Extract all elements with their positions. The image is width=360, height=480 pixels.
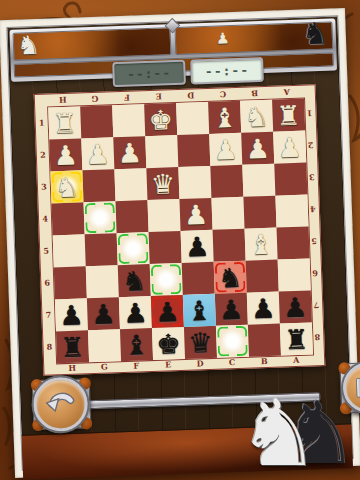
coord-label: 4 — [40, 203, 51, 235]
square-b2[interactable]: ♟ — [241, 132, 274, 165]
white-knight-piece[interactable]: ♞ — [50, 170, 83, 203]
square-c4[interactable] — [211, 197, 244, 230]
coord-label: 8 — [44, 330, 55, 362]
square-c7[interactable]: ♟ — [215, 293, 248, 326]
highlight-corner — [237, 345, 248, 356]
highlight-corner — [85, 222, 96, 233]
white-pawn-piece[interactable]: ♟ — [209, 133, 242, 166]
black-queen-piece[interactable]: ♛ — [184, 326, 217, 359]
square-f3[interactable] — [114, 168, 147, 201]
coord-label: 3 — [38, 171, 49, 203]
white-bishop-piece[interactable]: ♝ — [208, 101, 241, 134]
square-e6[interactable] — [150, 263, 183, 296]
coord-label: 5 — [308, 225, 319, 257]
coord-label: F — [120, 360, 152, 371]
white-pawn-piece[interactable]: ♟ — [49, 138, 82, 171]
coord-label: D — [175, 90, 207, 101]
square-h1[interactable]: ♜ — [48, 106, 81, 139]
square-d5[interactable]: ♟ — [181, 230, 214, 263]
coord-label: 1 — [36, 107, 47, 139]
square-h2[interactable]: ♟ — [49, 138, 82, 171]
white-pawn-piece[interactable]: ♟ — [81, 137, 114, 170]
square-d6[interactable] — [182, 262, 215, 295]
coord-label: 7 — [311, 289, 322, 321]
coord-label: H — [47, 94, 79, 105]
coord-label: 2 — [37, 139, 48, 171]
square-b3[interactable] — [242, 164, 275, 197]
white-pawn-piece[interactable]: ♟ — [273, 131, 306, 164]
captured-white-pawn-icon: ♟ — [216, 31, 230, 46]
coord-label: G — [88, 361, 120, 372]
highlight-corner — [218, 345, 229, 356]
coord-label: A — [280, 354, 312, 365]
coord-label: 3 — [306, 161, 317, 193]
black-rook-piece[interactable]: ♜ — [56, 330, 89, 363]
square-b6[interactable] — [246, 260, 279, 293]
square-f2[interactable]: ♟ — [113, 136, 146, 169]
black-pawn-piece[interactable]: ♟ — [151, 295, 184, 328]
highlight-corner — [151, 284, 162, 295]
square-d1[interactable] — [176, 102, 209, 135]
highlight-corner — [217, 326, 228, 337]
coord-label: D — [184, 358, 216, 369]
square-f8[interactable]: ♝ — [120, 328, 153, 361]
white-king-piece[interactable]: ♚ — [144, 103, 177, 136]
coord-label: 4 — [307, 193, 318, 225]
square-a6[interactable] — [278, 258, 311, 291]
square-e5[interactable] — [149, 231, 182, 264]
square-h6[interactable] — [54, 266, 87, 299]
highlight-corner — [118, 234, 129, 245]
coord-label: B — [239, 88, 271, 99]
coord-label: 1 — [304, 97, 315, 129]
black-pawn-piece[interactable]: ♟ — [119, 296, 152, 329]
black-rook-piece[interactable]: ♜ — [280, 322, 313, 355]
white-player-panel: ♞ — [13, 27, 172, 60]
black-pawn-piece[interactable]: ♟ — [181, 230, 214, 263]
board-area: HGFEDCBA HGFEDCBA 12345678 12345678 ♜♚♝♞… — [9, 72, 349, 376]
square-g5[interactable] — [85, 233, 118, 266]
coord-label: E — [152, 359, 184, 370]
square-f1[interactable] — [112, 104, 145, 137]
square-b8[interactable] — [248, 324, 281, 357]
square-e2[interactable] — [145, 135, 178, 168]
coord-label: C — [207, 89, 239, 100]
board-grid: ♜♚♝♞♜♟♟♟♟♟♟♞♛♟♟♝♞♞♟♟♟♟♝♟♟♟♜♝♚♛♜ — [47, 98, 314, 365]
black-player-panel: ♟ ♞ — [174, 22, 333, 55]
white-knight-piece[interactable]: ♞ — [240, 100, 273, 133]
undo-arrow-icon — [45, 392, 76, 417]
highlight-corner — [104, 202, 115, 213]
square-b4[interactable] — [243, 196, 276, 229]
square-a4[interactable] — [275, 195, 308, 228]
chess-board[interactable]: HGFEDCBA HGFEDCBA 12345678 12345678 ♜♚♝♞… — [34, 84, 326, 376]
square-g8[interactable] — [88, 329, 121, 362]
white-player-knight-icon: ♞ — [17, 32, 41, 59]
coord-label: F — [111, 92, 143, 103]
square-h8[interactable]: ♜ — [56, 330, 89, 363]
square-d3[interactable] — [178, 166, 211, 199]
knight-figurines: ♞ ♞ — [238, 370, 358, 480]
white-clock-display: --:-- — [112, 60, 186, 88]
square-b5[interactable]: ♝ — [245, 228, 278, 261]
coord-label: 5 — [41, 235, 52, 267]
square-b1[interactable]: ♞ — [240, 100, 273, 133]
square-g3[interactable] — [82, 169, 115, 202]
square-e3[interactable]: ♛ — [146, 167, 179, 200]
square-f7[interactable]: ♟ — [119, 296, 152, 329]
black-knight-piece[interactable]: ♞ — [118, 264, 151, 297]
square-h3[interactable]: ♞ — [50, 170, 83, 203]
highlight-corner — [104, 221, 115, 232]
coord-label: H — [56, 362, 88, 373]
square-c2[interactable]: ♟ — [209, 133, 242, 166]
clock-row: --:-- --:-- — [112, 57, 264, 87]
white-bishop-piece[interactable]: ♝ — [245, 228, 278, 261]
white-rook-piece[interactable]: ♜ — [48, 106, 81, 139]
square-c5[interactable] — [213, 229, 246, 262]
coord-label: 2 — [305, 129, 316, 161]
highlight-corner — [137, 252, 148, 263]
white-rook-piece[interactable]: ♜ — [272, 99, 305, 132]
highlight-corner — [85, 203, 96, 214]
highlight-corner — [170, 264, 181, 275]
black-pawn-piece[interactable]: ♟ — [215, 293, 248, 326]
square-e1[interactable]: ♚ — [144, 103, 177, 136]
black-pawn-piece[interactable]: ♟ — [55, 298, 88, 331]
square-f5[interactable] — [117, 232, 150, 265]
square-g1[interactable] — [80, 105, 113, 138]
black-pawn-piece[interactable]: ♟ — [279, 290, 312, 323]
black-bishop-piece[interactable]: ♝ — [120, 328, 153, 361]
white-queen-piece[interactable]: ♛ — [146, 167, 179, 200]
black-bishop-piece[interactable]: ♝ — [183, 294, 216, 327]
square-b7[interactable]: ♟ — [247, 292, 280, 325]
highlight-corner — [170, 283, 181, 294]
square-c3[interactable] — [210, 165, 243, 198]
square-c1[interactable]: ♝ — [208, 101, 241, 134]
black-king-piece[interactable]: ♚ — [152, 327, 185, 360]
white-pawn-piece[interactable]: ♟ — [113, 136, 146, 169]
square-a5[interactable] — [277, 227, 310, 260]
square-c8[interactable] — [216, 325, 249, 358]
black-player-knight-icon: ♞ — [301, 18, 329, 49]
coord-label: 8 — [312, 321, 323, 353]
coord-label: E — [143, 91, 175, 102]
square-a8[interactable]: ♜ — [280, 322, 313, 355]
coord-label: C — [216, 357, 248, 368]
square-e7[interactable]: ♟ — [151, 295, 184, 328]
square-h5[interactable] — [53, 234, 86, 267]
square-g4[interactable] — [84, 201, 117, 234]
app-screen: ♞ ♟ ♞ --:-- --:-- HGFEDCBA HGFEDCB — [0, 0, 360, 480]
square-f6[interactable]: ♞ — [118, 264, 151, 297]
highlight-corner — [151, 265, 162, 276]
highlight-corner — [118, 253, 129, 264]
coord-label: G — [79, 93, 111, 104]
square-g2[interactable]: ♟ — [81, 137, 114, 170]
square-d4[interactable]: ♟ — [179, 198, 212, 231]
square-d8[interactable]: ♛ — [184, 326, 217, 359]
square-e8[interactable]: ♚ — [152, 327, 185, 360]
square-h7[interactable]: ♟ — [55, 298, 88, 331]
square-g6[interactable] — [86, 265, 119, 298]
square-a1[interactable]: ♜ — [272, 99, 305, 132]
black-knight-piece[interactable]: ♞ — [214, 261, 247, 294]
square-a2[interactable]: ♟ — [273, 131, 306, 164]
black-clock-display: --:-- — [190, 57, 264, 85]
coord-label: 7 — [43, 298, 54, 330]
square-f4[interactable] — [116, 200, 149, 233]
coord-label: B — [248, 356, 280, 367]
highlight-corner — [236, 326, 247, 337]
square-d2[interactable] — [177, 134, 210, 167]
square-c6[interactable]: ♞ — [214, 261, 247, 294]
coord-label: 6 — [310, 257, 321, 289]
square-a3[interactable] — [274, 163, 307, 196]
white-knight-figurine: ♞ — [238, 388, 320, 480]
coord-label: A — [271, 87, 303, 98]
square-e4[interactable] — [147, 199, 180, 232]
black-pawn-piece[interactable]: ♟ — [87, 297, 120, 330]
square-d7[interactable]: ♝ — [183, 294, 216, 327]
coord-label: 6 — [42, 266, 53, 298]
square-g7[interactable]: ♟ — [87, 297, 120, 330]
highlight-corner — [137, 233, 148, 244]
square-h4[interactable] — [52, 202, 85, 235]
black-pawn-piece[interactable]: ♟ — [247, 292, 280, 325]
white-pawn-piece[interactable]: ♟ — [179, 198, 212, 231]
square-a7[interactable]: ♟ — [279, 290, 312, 323]
white-pawn-piece[interactable]: ♟ — [241, 132, 274, 165]
